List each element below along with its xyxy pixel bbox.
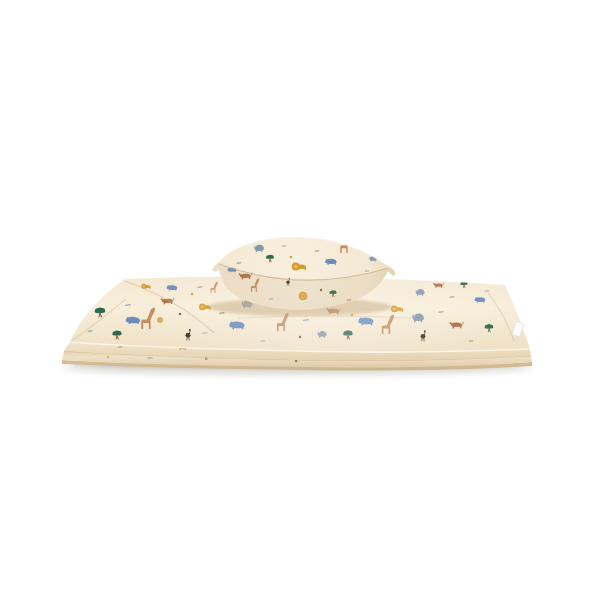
dash-blue-motif — [147, 357, 152, 358]
dash-brown-motif — [118, 346, 123, 347]
pillowcase — [208, 236, 395, 316]
bedding-set-illustration — [0, 0, 600, 600]
dot-gold-motif — [290, 256, 292, 258]
dot-gold-motif — [107, 356, 109, 358]
dash-brown-motif — [74, 322, 78, 323]
pillow-right-flange-tip — [387, 267, 395, 276]
product-photo — [0, 0, 600, 600]
